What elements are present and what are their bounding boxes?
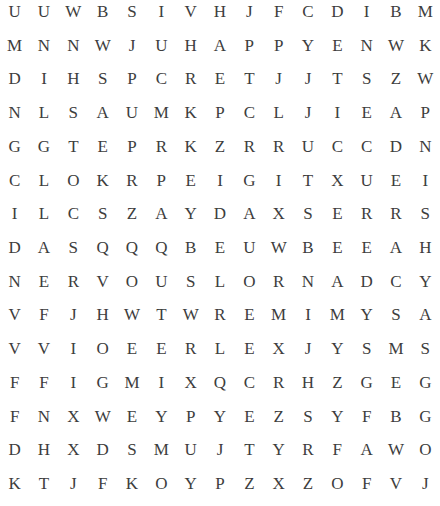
grid-cell[interactable]: D <box>88 434 117 468</box>
grid-cell[interactable]: I <box>0 197 29 231</box>
word-search-grid: UUWBSIVHJFCDIBMMNNWJUHAPPYENWKDIHSPCRETJ… <box>0 0 440 501</box>
grid-cell[interactable]: O <box>235 265 264 299</box>
grid-cell[interactable]: G <box>0 130 29 164</box>
grid-cell[interactable]: C <box>323 130 352 164</box>
grid-cell[interactable]: K <box>88 164 117 198</box>
grid-cell[interactable]: K <box>176 96 205 130</box>
grid-cell[interactable]: J <box>293 96 322 130</box>
grid-cell[interactable]: I <box>293 299 322 333</box>
grid-cell[interactable]: P <box>411 96 440 130</box>
grid-cell[interactable]: X <box>59 434 88 468</box>
grid-cell[interactable]: E <box>176 164 205 198</box>
grid-cell[interactable]: P <box>205 96 234 130</box>
grid-cell[interactable]: N <box>411 130 440 164</box>
grid-cell[interactable]: U <box>147 29 176 63</box>
grid-cell[interactable]: N <box>59 29 88 63</box>
grid-cell[interactable]: T <box>293 164 322 198</box>
grid-cell[interactable]: A <box>147 197 176 231</box>
grid-cell[interactable]: R <box>264 130 293 164</box>
grid-cell[interactable]: H <box>293 366 322 400</box>
grid-cell[interactable]: S <box>117 434 146 468</box>
grid-cell[interactable]: X <box>264 332 293 366</box>
grid-cell[interactable]: E <box>147 332 176 366</box>
grid-cell[interactable]: E <box>88 130 117 164</box>
grid-cell[interactable]: U <box>176 434 205 468</box>
grid-cell[interactable]: M <box>147 96 176 130</box>
grid-cell[interactable]: V <box>176 0 205 29</box>
grid-cell[interactable]: E <box>352 231 381 265</box>
grid-cell[interactable]: L <box>29 197 58 231</box>
grid-cell[interactable]: B <box>381 0 410 29</box>
grid-cell[interactable]: E <box>323 197 352 231</box>
grid-cell[interactable]: F <box>323 434 352 468</box>
grid-cell[interactable]: U <box>0 0 29 29</box>
grid-cell[interactable]: E <box>352 96 381 130</box>
grid-cell[interactable]: M <box>411 0 440 29</box>
grid-cell[interactable]: L <box>29 96 58 130</box>
grid-cell[interactable]: V <box>0 332 29 366</box>
grid-cell[interactable]: X <box>323 164 352 198</box>
grid-cell[interactable]: E <box>235 332 264 366</box>
grid-cell[interactable]: Y <box>264 434 293 468</box>
grid-cell[interactable]: R <box>381 197 410 231</box>
grid-cell[interactable]: C <box>147 62 176 96</box>
grid-cell[interactable]: O <box>323 467 352 501</box>
grid-cell[interactable]: N <box>29 29 58 63</box>
grid-cell[interactable]: R <box>176 62 205 96</box>
grid-cell[interactable]: V <box>29 332 58 366</box>
grid-cell[interactable]: A <box>29 231 58 265</box>
grid-cell[interactable]: V <box>88 265 117 299</box>
grid-cell[interactable]: K <box>176 130 205 164</box>
grid-cell[interactable]: J <box>59 299 88 333</box>
grid-cell[interactable]: E <box>381 164 410 198</box>
grid-cell[interactable]: R <box>59 265 88 299</box>
grid-cell[interactable]: E <box>381 366 410 400</box>
grid-cell[interactable]: M <box>323 299 352 333</box>
grid-cell[interactable]: N <box>29 400 58 434</box>
grid-cell[interactable]: L <box>205 332 234 366</box>
grid-cell[interactable]: Z <box>264 400 293 434</box>
grid-cell[interactable]: I <box>147 0 176 29</box>
grid-cell[interactable]: R <box>205 299 234 333</box>
grid-cell[interactable]: F <box>29 299 58 333</box>
grid-cell[interactable]: F <box>352 467 381 501</box>
grid-cell[interactable]: S <box>88 197 117 231</box>
grid-cell[interactable]: W <box>381 29 410 63</box>
grid-cell[interactable]: W <box>264 231 293 265</box>
grid-cell[interactable]: W <box>411 62 440 96</box>
grid-cell[interactable]: C <box>293 0 322 29</box>
grid-cell[interactable]: N <box>293 265 322 299</box>
grid-cell[interactable]: K <box>411 29 440 63</box>
grid-cell[interactable]: J <box>59 467 88 501</box>
grid-cell[interactable]: K <box>0 467 29 501</box>
grid-cell[interactable]: I <box>59 332 88 366</box>
grid-cell[interactable]: F <box>0 366 29 400</box>
grid-cell[interactable]: W <box>117 299 146 333</box>
grid-cell[interactable]: Z <box>117 197 146 231</box>
grid-cell[interactable]: S <box>352 332 381 366</box>
grid-cell[interactable]: T <box>29 467 58 501</box>
grid-cell[interactable]: C <box>59 197 88 231</box>
grid-cell[interactable]: D <box>323 0 352 29</box>
grid-cell[interactable]: Y <box>323 332 352 366</box>
grid-cell[interactable]: Y <box>205 400 234 434</box>
grid-cell[interactable]: E <box>205 231 234 265</box>
grid-cell[interactable]: Y <box>352 299 381 333</box>
grid-cell[interactable]: O <box>59 164 88 198</box>
grid-cell[interactable]: C <box>352 130 381 164</box>
grid-cell[interactable]: I <box>411 164 440 198</box>
grid-cell[interactable]: O <box>411 434 440 468</box>
grid-cell[interactable]: Z <box>381 62 410 96</box>
grid-cell[interactable]: L <box>205 265 234 299</box>
grid-cell[interactable]: F <box>29 366 58 400</box>
grid-cell[interactable]: S <box>293 197 322 231</box>
grid-cell[interactable]: P <box>117 130 146 164</box>
grid-cell[interactable]: S <box>117 0 146 29</box>
grid-cell[interactable]: J <box>411 467 440 501</box>
grid-cell[interactable]: M <box>0 29 29 63</box>
grid-cell[interactable]: V <box>381 467 410 501</box>
grid-cell[interactable]: I <box>205 164 234 198</box>
grid-cell[interactable]: N <box>0 265 29 299</box>
grid-cell[interactable]: R <box>264 366 293 400</box>
grid-cell[interactable]: F <box>352 400 381 434</box>
grid-cell[interactable]: Z <box>235 467 264 501</box>
grid-cell[interactable]: U <box>293 130 322 164</box>
grid-cell[interactable]: J <box>117 29 146 63</box>
grid-cell[interactable]: T <box>235 62 264 96</box>
grid-cell[interactable]: Q <box>117 231 146 265</box>
grid-cell[interactable]: F <box>88 467 117 501</box>
grid-cell[interactable]: L <box>29 164 58 198</box>
grid-cell[interactable]: Y <box>176 197 205 231</box>
grid-cell[interactable]: Q <box>147 231 176 265</box>
grid-cell[interactable]: U <box>117 96 146 130</box>
grid-cell[interactable]: C <box>381 265 410 299</box>
grid-cell[interactable]: L <box>264 96 293 130</box>
grid-cell[interactable]: I <box>323 96 352 130</box>
grid-cell[interactable]: S <box>381 299 410 333</box>
grid-cell[interactable]: G <box>235 164 264 198</box>
grid-cell[interactable]: H <box>29 434 58 468</box>
grid-cell[interactable]: D <box>0 62 29 96</box>
grid-cell[interactable]: W <box>88 29 117 63</box>
grid-cell[interactable]: X <box>59 400 88 434</box>
grid-cell[interactable]: X <box>176 366 205 400</box>
grid-cell[interactable]: I <box>29 62 58 96</box>
grid-cell[interactable]: Z <box>293 467 322 501</box>
grid-cell[interactable]: D <box>352 265 381 299</box>
grid-cell[interactable]: T <box>147 299 176 333</box>
grid-cell[interactable]: W <box>176 299 205 333</box>
grid-cell[interactable]: M <box>264 299 293 333</box>
grid-cell[interactable]: J <box>293 332 322 366</box>
grid-cell[interactable]: B <box>88 0 117 29</box>
grid-cell[interactable]: E <box>117 332 146 366</box>
grid-cell[interactable]: J <box>235 0 264 29</box>
grid-cell[interactable]: E <box>323 29 352 63</box>
grid-cell[interactable]: S <box>293 400 322 434</box>
grid-cell[interactable]: V <box>0 299 29 333</box>
grid-cell[interactable]: E <box>323 231 352 265</box>
grid-cell[interactable]: I <box>59 366 88 400</box>
grid-cell[interactable]: U <box>147 265 176 299</box>
grid-cell[interactable]: T <box>235 434 264 468</box>
grid-cell[interactable]: N <box>352 29 381 63</box>
grid-cell[interactable]: E <box>235 400 264 434</box>
grid-cell[interactable]: E <box>29 265 58 299</box>
grid-cell[interactable]: O <box>88 332 117 366</box>
grid-cell[interactable]: J <box>293 62 322 96</box>
grid-cell[interactable]: U <box>29 0 58 29</box>
grid-cell[interactable]: A <box>88 96 117 130</box>
grid-cell[interactable]: I <box>264 164 293 198</box>
grid-cell[interactable]: W <box>59 0 88 29</box>
grid-cell[interactable]: M <box>117 366 146 400</box>
grid-cell[interactable]: I <box>147 366 176 400</box>
grid-cell[interactable]: G <box>411 366 440 400</box>
grid-cell[interactable]: B <box>176 231 205 265</box>
grid-cell[interactable]: S <box>59 231 88 265</box>
grid-cell[interactable]: X <box>264 467 293 501</box>
grid-cell[interactable]: H <box>176 29 205 63</box>
grid-cell[interactable]: C <box>235 366 264 400</box>
grid-cell[interactable]: D <box>0 434 29 468</box>
grid-cell[interactable]: H <box>411 231 440 265</box>
grid-cell[interactable]: I <box>352 0 381 29</box>
grid-cell[interactable]: R <box>293 434 322 468</box>
grid-cell[interactable]: P <box>264 29 293 63</box>
grid-cell[interactable]: N <box>0 96 29 130</box>
grid-cell[interactable]: M <box>147 434 176 468</box>
grid-cell[interactable]: W <box>88 400 117 434</box>
grid-cell[interactable]: A <box>352 434 381 468</box>
grid-cell[interactable]: P <box>147 164 176 198</box>
grid-cell[interactable]: P <box>205 467 234 501</box>
grid-cell[interactable]: S <box>352 62 381 96</box>
grid-cell[interactable]: T <box>323 62 352 96</box>
grid-cell[interactable]: A <box>411 299 440 333</box>
grid-cell[interactable]: D <box>205 197 234 231</box>
grid-cell[interactable]: F <box>264 0 293 29</box>
grid-cell[interactable]: P <box>235 29 264 63</box>
grid-cell[interactable]: R <box>352 197 381 231</box>
grid-cell[interactable]: C <box>0 164 29 198</box>
grid-cell[interactable]: B <box>293 231 322 265</box>
grid-cell[interactable]: E <box>235 299 264 333</box>
grid-cell[interactable]: W <box>381 434 410 468</box>
grid-cell[interactable]: S <box>411 332 440 366</box>
grid-cell[interactable]: S <box>88 62 117 96</box>
grid-cell[interactable]: H <box>205 0 234 29</box>
grid-cell[interactable]: Y <box>147 400 176 434</box>
grid-cell[interactable]: F <box>0 400 29 434</box>
grid-cell[interactable]: O <box>117 265 146 299</box>
grid-cell[interactable]: S <box>176 265 205 299</box>
grid-cell[interactable]: A <box>381 96 410 130</box>
grid-cell[interactable]: G <box>29 130 58 164</box>
grid-cell[interactable]: H <box>88 299 117 333</box>
grid-cell[interactable]: B <box>381 400 410 434</box>
grid-cell[interactable]: E <box>117 400 146 434</box>
grid-cell[interactable]: A <box>323 265 352 299</box>
grid-cell[interactable]: Q <box>88 231 117 265</box>
grid-cell[interactable]: U <box>235 231 264 265</box>
grid-cell[interactable]: P <box>176 400 205 434</box>
grid-cell[interactable]: D <box>0 231 29 265</box>
grid-cell[interactable]: S <box>59 96 88 130</box>
grid-cell[interactable]: G <box>88 366 117 400</box>
grid-cell[interactable]: K <box>117 467 146 501</box>
grid-cell[interactable]: O <box>147 467 176 501</box>
grid-cell[interactable]: G <box>352 366 381 400</box>
grid-cell[interactable]: Z <box>323 366 352 400</box>
grid-cell[interactable]: Y <box>293 29 322 63</box>
grid-cell[interactable]: R <box>264 265 293 299</box>
grid-cell[interactable]: D <box>381 130 410 164</box>
grid-cell[interactable]: H <box>59 62 88 96</box>
grid-cell[interactable]: G <box>411 400 440 434</box>
grid-cell[interactable]: P <box>117 62 146 96</box>
grid-cell[interactable]: R <box>117 164 146 198</box>
grid-cell[interactable]: J <box>205 434 234 468</box>
grid-cell[interactable]: X <box>264 197 293 231</box>
grid-cell[interactable]: A <box>235 197 264 231</box>
grid-cell[interactable]: M <box>381 332 410 366</box>
grid-cell[interactable]: R <box>176 332 205 366</box>
grid-cell[interactable]: E <box>205 62 234 96</box>
grid-cell[interactable]: C <box>235 96 264 130</box>
grid-cell[interactable]: A <box>205 29 234 63</box>
grid-cell[interactable]: A <box>381 231 410 265</box>
grid-cell[interactable]: R <box>235 130 264 164</box>
grid-cell[interactable]: Z <box>205 130 234 164</box>
grid-cell[interactable]: Q <box>205 366 234 400</box>
grid-cell[interactable]: Y <box>323 400 352 434</box>
grid-cell[interactable]: T <box>59 130 88 164</box>
grid-cell[interactable]: Y <box>411 265 440 299</box>
grid-cell[interactable]: U <box>352 164 381 198</box>
grid-cell[interactable]: J <box>264 62 293 96</box>
grid-cell[interactable]: Y <box>176 467 205 501</box>
grid-cell[interactable]: R <box>147 130 176 164</box>
grid-cell[interactable]: S <box>411 197 440 231</box>
